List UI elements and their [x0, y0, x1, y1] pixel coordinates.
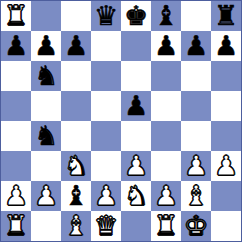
- square-g4[interactable]: [181, 121, 211, 151]
- piece-black-pawn[interactable]: ♟: [124, 92, 148, 119]
- square-h4[interactable]: [211, 121, 241, 151]
- piece-black-king[interactable]: ♚: [124, 2, 148, 29]
- piece-white-pawn[interactable]: ♟: [214, 152, 238, 179]
- square-f8[interactable]: ♝: [151, 1, 181, 31]
- square-h1[interactable]: [211, 211, 241, 241]
- piece-black-pawn[interactable]: ♟: [64, 32, 88, 59]
- square-e3[interactable]: ♟: [121, 151, 151, 181]
- square-e4[interactable]: [121, 121, 151, 151]
- square-h3[interactable]: ♟: [211, 151, 241, 181]
- piece-white-queen[interactable]: ♛: [94, 212, 118, 239]
- square-b6[interactable]: ♞: [31, 61, 61, 91]
- square-f4[interactable]: [151, 121, 181, 151]
- chess-board: ♜♛♚♝♜♟♟♟♟♟♟♞♟♞♞♟♟♟♟♟♝♟♞♟♝♜♝♛♜♚: [0, 0, 242, 242]
- square-b8[interactable]: [31, 1, 61, 31]
- square-h7[interactable]: ♟: [211, 31, 241, 61]
- piece-black-pawn[interactable]: ♟: [34, 32, 58, 59]
- piece-black-pawn[interactable]: ♟: [4, 32, 28, 59]
- piece-white-rook[interactable]: ♜: [154, 212, 178, 239]
- square-g8[interactable]: [181, 1, 211, 31]
- piece-white-knight[interactable]: ♞: [124, 182, 148, 209]
- square-b7[interactable]: ♟: [31, 31, 61, 61]
- piece-white-rook[interactable]: ♜: [4, 212, 28, 239]
- square-d3[interactable]: [91, 151, 121, 181]
- square-d7[interactable]: [91, 31, 121, 61]
- square-a7[interactable]: ♟: [1, 31, 31, 61]
- square-d5[interactable]: [91, 91, 121, 121]
- piece-white-pawn[interactable]: ♟: [34, 182, 58, 209]
- square-e8[interactable]: ♚: [121, 1, 151, 31]
- square-g6[interactable]: [181, 61, 211, 91]
- square-a3[interactable]: [1, 151, 31, 181]
- square-e5[interactable]: ♟: [121, 91, 151, 121]
- square-c8[interactable]: [61, 1, 91, 31]
- piece-white-knight[interactable]: ♞: [64, 152, 88, 179]
- square-f1[interactable]: ♜: [151, 211, 181, 241]
- square-a2[interactable]: ♟: [1, 181, 31, 211]
- square-c6[interactable]: [61, 61, 91, 91]
- square-h6[interactable]: [211, 61, 241, 91]
- square-d2[interactable]: ♟: [91, 181, 121, 211]
- piece-white-rook[interactable]: ♜: [4, 2, 28, 29]
- square-d6[interactable]: [91, 61, 121, 91]
- square-b3[interactable]: [31, 151, 61, 181]
- piece-white-pawn[interactable]: ♟: [184, 152, 208, 179]
- square-c5[interactable]: [61, 91, 91, 121]
- square-c4[interactable]: [61, 121, 91, 151]
- piece-white-pawn[interactable]: ♟: [4, 182, 28, 209]
- square-g3[interactable]: ♟: [181, 151, 211, 181]
- square-f7[interactable]: ♟: [151, 31, 181, 61]
- square-b2[interactable]: ♟: [31, 181, 61, 211]
- piece-black-pawn[interactable]: ♟: [214, 32, 238, 59]
- square-e2[interactable]: ♞: [121, 181, 151, 211]
- square-d8[interactable]: ♛: [91, 1, 121, 31]
- square-h5[interactable]: [211, 91, 241, 121]
- piece-white-pawn[interactable]: ♟: [124, 152, 148, 179]
- square-h8[interactable]: ♜: [211, 1, 241, 31]
- piece-black-pawn[interactable]: ♟: [184, 32, 208, 59]
- square-e1[interactable]: [121, 211, 151, 241]
- piece-black-rook[interactable]: ♜: [214, 2, 238, 29]
- piece-black-bishop[interactable]: ♝: [154, 2, 178, 29]
- square-d4[interactable]: [91, 121, 121, 151]
- piece-black-knight[interactable]: ♞: [34, 62, 58, 89]
- square-g5[interactable]: [181, 91, 211, 121]
- piece-black-knight[interactable]: ♞: [34, 122, 58, 149]
- square-a8[interactable]: ♜: [1, 1, 31, 31]
- square-a5[interactable]: [1, 91, 31, 121]
- piece-black-pawn[interactable]: ♟: [154, 32, 178, 59]
- square-e6[interactable]: [121, 61, 151, 91]
- piece-white-king[interactable]: ♚: [184, 212, 208, 239]
- square-c3[interactable]: ♞: [61, 151, 91, 181]
- square-a1[interactable]: ♜: [1, 211, 31, 241]
- square-g7[interactable]: ♟: [181, 31, 211, 61]
- piece-white-bishop[interactable]: ♝: [64, 212, 88, 239]
- piece-white-pawn[interactable]: ♟: [154, 182, 178, 209]
- square-h2[interactable]: [211, 181, 241, 211]
- square-a6[interactable]: [1, 61, 31, 91]
- square-b1[interactable]: [31, 211, 61, 241]
- square-f5[interactable]: [151, 91, 181, 121]
- piece-black-bishop[interactable]: ♝: [64, 182, 88, 209]
- square-a4[interactable]: [1, 121, 31, 151]
- square-b5[interactable]: [31, 91, 61, 121]
- square-f2[interactable]: ♟: [151, 181, 181, 211]
- square-g2[interactable]: ♝: [181, 181, 211, 211]
- square-c2[interactable]: ♝: [61, 181, 91, 211]
- square-f6[interactable]: [151, 61, 181, 91]
- square-g1[interactable]: ♚: [181, 211, 211, 241]
- square-c7[interactable]: ♟: [61, 31, 91, 61]
- piece-black-queen[interactable]: ♛: [94, 2, 118, 29]
- piece-white-bishop[interactable]: ♝: [184, 182, 208, 209]
- square-e7[interactable]: [121, 31, 151, 61]
- square-c1[interactable]: ♝: [61, 211, 91, 241]
- square-b4[interactable]: ♞: [31, 121, 61, 151]
- piece-white-pawn[interactable]: ♟: [94, 182, 118, 209]
- square-f3[interactable]: [151, 151, 181, 181]
- square-d1[interactable]: ♛: [91, 211, 121, 241]
